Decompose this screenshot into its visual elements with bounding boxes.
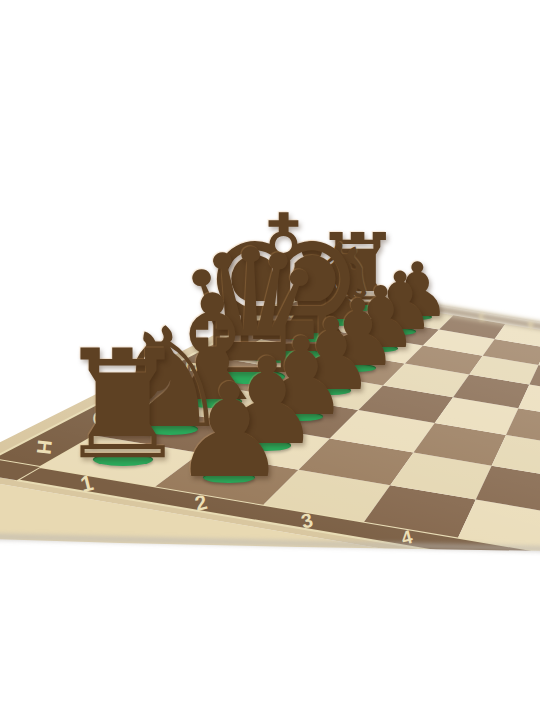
white-floor — [0, 537, 540, 720]
chess-set-photo: HGFEDCBA123434 ♜♞♝♛♚♝♞♜♟♟♟♟♟♟♟♟ — [0, 0, 540, 720]
rook-h1[interactable]: ♜ — [55, 330, 189, 480]
coord-letter-h: H — [32, 439, 56, 456]
pawn-h2[interactable]: ♟ — [171, 365, 288, 495]
